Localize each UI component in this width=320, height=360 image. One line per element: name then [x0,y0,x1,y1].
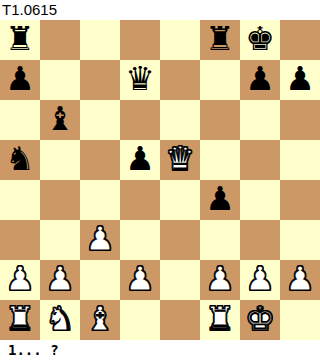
square-b8[interactable] [40,20,80,60]
square-c6[interactable] [80,100,120,140]
piece-white-king: ♚ [245,299,275,339]
piece-black-pawn: ♟ [245,59,275,99]
piece-white-pawn: ♟ [85,219,115,259]
square-h7[interactable]: ♟ [280,60,320,100]
puzzle-id-label: T1.0615 [0,0,57,20]
square-f3[interactable] [200,220,240,260]
square-e6[interactable] [160,100,200,140]
piece-black-queen: ♛ [125,59,155,99]
square-d3[interactable] [120,220,160,260]
square-c1[interactable]: ♝ [80,300,120,340]
square-g2[interactable]: ♟ [240,260,280,300]
square-e3[interactable] [160,220,200,260]
square-e5[interactable]: ♛ [160,140,200,180]
piece-black-pawn: ♟ [125,139,155,179]
piece-white-bishop: ♝ [85,299,115,339]
square-a5[interactable]: ♞ [0,140,40,180]
square-b4[interactable] [40,180,80,220]
square-d6[interactable] [120,100,160,140]
square-d8[interactable] [120,20,160,60]
piece-black-knight: ♞ [5,139,35,179]
piece-white-pawn: ♟ [245,259,275,299]
square-e4[interactable] [160,180,200,220]
square-b7[interactable] [40,60,80,100]
piece-white-rook: ♜ [205,299,235,339]
square-g6[interactable] [240,100,280,140]
square-h6[interactable] [280,100,320,140]
chess-board: ♜♜♚♟♛♟♟♝♞♟♛♟♟♟♟♟♟♟♟♜♞♝♜♚ [0,20,320,340]
piece-white-pawn: ♟ [125,259,155,299]
piece-black-pawn: ♟ [5,59,35,99]
square-g5[interactable] [240,140,280,180]
piece-black-pawn: ♟ [205,179,235,219]
square-c2[interactable] [80,260,120,300]
piece-black-king: ♚ [245,19,275,59]
piece-black-rook: ♜ [5,19,35,59]
square-f7[interactable] [200,60,240,100]
piece-black-bishop: ♝ [45,99,75,139]
square-e2[interactable] [160,260,200,300]
header-bar: T1.0615 [0,0,320,20]
square-a8[interactable]: ♜ [0,20,40,60]
square-f1[interactable]: ♜ [200,300,240,340]
piece-white-rook: ♜ [5,299,35,339]
square-b5[interactable] [40,140,80,180]
square-h4[interactable] [280,180,320,220]
square-h2[interactable]: ♟ [280,260,320,300]
piece-white-pawn: ♟ [45,259,75,299]
square-h3[interactable] [280,220,320,260]
square-a1[interactable]: ♜ [0,300,40,340]
square-c5[interactable] [80,140,120,180]
square-d2[interactable]: ♟ [120,260,160,300]
square-b1[interactable]: ♞ [40,300,80,340]
piece-white-queen: ♛ [165,139,195,179]
square-h1[interactable] [280,300,320,340]
square-b2[interactable]: ♟ [40,260,80,300]
piece-white-pawn: ♟ [285,259,315,299]
square-d4[interactable] [120,180,160,220]
piece-black-rook: ♜ [205,19,235,59]
square-a2[interactable]: ♟ [0,260,40,300]
square-g7[interactable]: ♟ [240,60,280,100]
square-d1[interactable] [120,300,160,340]
square-g1[interactable]: ♚ [240,300,280,340]
piece-white-pawn: ♟ [205,259,235,299]
square-d5[interactable]: ♟ [120,140,160,180]
square-h8[interactable] [280,20,320,60]
square-a4[interactable] [0,180,40,220]
square-d7[interactable]: ♛ [120,60,160,100]
footer-bar: 1... ? [0,340,320,360]
square-e7[interactable] [160,60,200,100]
square-a7[interactable]: ♟ [0,60,40,100]
piece-white-pawn: ♟ [5,259,35,299]
square-a6[interactable] [0,100,40,140]
square-c4[interactable] [80,180,120,220]
square-g3[interactable] [240,220,280,260]
square-e8[interactable] [160,20,200,60]
square-f8[interactable]: ♜ [200,20,240,60]
piece-black-pawn: ♟ [285,59,315,99]
square-f2[interactable]: ♟ [200,260,240,300]
piece-white-knight: ♞ [45,299,75,339]
chess-app-window: T1.0615 ♜♜♚♟♛♟♟♝♞♟♛♟♟♟♟♟♟♟♟♜♞♝♜♚ 1... ? [0,0,320,360]
square-g4[interactable] [240,180,280,220]
square-c3[interactable]: ♟ [80,220,120,260]
square-c8[interactable] [80,20,120,60]
square-f5[interactable] [200,140,240,180]
move-prompt-label: 1... ? [0,340,59,360]
square-b3[interactable] [40,220,80,260]
square-c7[interactable] [80,60,120,100]
square-h5[interactable] [280,140,320,180]
square-e1[interactable] [160,300,200,340]
square-f6[interactable] [200,100,240,140]
square-a3[interactable] [0,220,40,260]
square-g8[interactable]: ♚ [240,20,280,60]
square-f4[interactable]: ♟ [200,180,240,220]
square-b6[interactable]: ♝ [40,100,80,140]
